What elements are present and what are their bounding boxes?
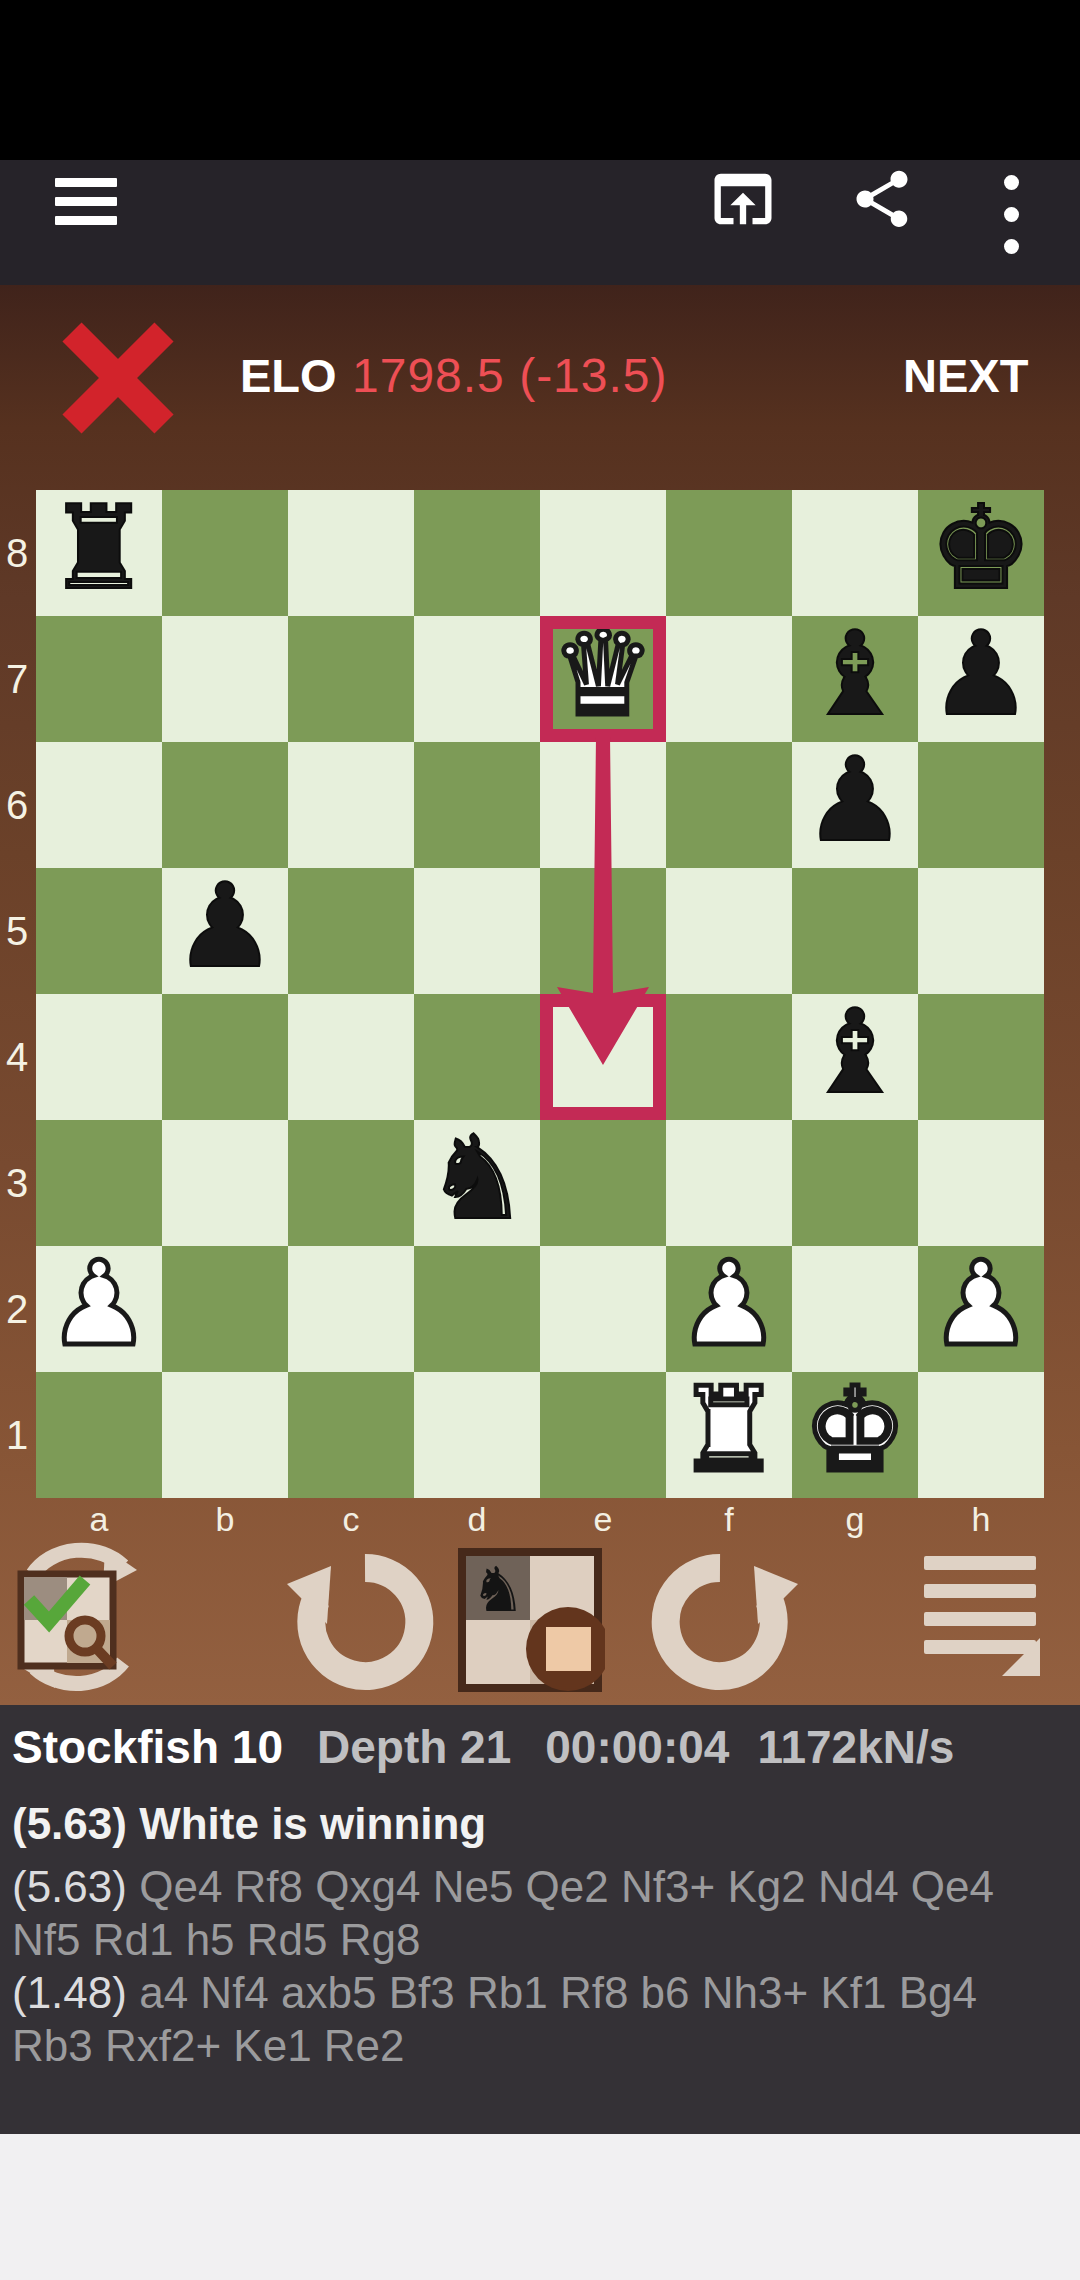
black-bishop-piece[interactable]: ♝ — [803, 989, 907, 1115]
square-d1[interactable] — [414, 1372, 540, 1498]
square-f1[interactable]: ♜ — [666, 1372, 792, 1498]
square-f3[interactable] — [666, 1120, 792, 1246]
square-b2[interactable] — [162, 1246, 288, 1372]
square-c1[interactable] — [288, 1372, 414, 1498]
rank-label-3: 3 — [2, 1120, 32, 1246]
rank-label-7: 7 — [2, 616, 32, 742]
next-button[interactable]: NEXT — [903, 350, 1028, 402]
open-in-browser-icon[interactable] — [705, 161, 781, 237]
square-f6[interactable] — [666, 742, 792, 868]
engine-name: Stockfish 10 — [12, 1721, 283, 1773]
square-a6[interactable] — [36, 742, 162, 868]
square-h5[interactable] — [918, 868, 1044, 994]
bottom-gesture-area — [0, 2134, 1080, 2280]
file-label-g: g — [792, 1500, 918, 1538]
undo-button[interactable] — [285, 1538, 445, 1698]
square-g2[interactable] — [792, 1246, 918, 1372]
rank-label-2: 2 — [2, 1246, 32, 1372]
square-b8[interactable] — [162, 490, 288, 616]
file-label-d: d — [414, 1500, 540, 1538]
square-f5[interactable] — [666, 868, 792, 994]
square-d6[interactable] — [414, 742, 540, 868]
engine-line-2[interactable]: (1.48) a4 Nf4 axb5 Bf3 Rb1 Rf8 b6 Nh3+ K… — [12, 1966, 1068, 2072]
engine-evaluation: (5.63) White is winning — [12, 1797, 1068, 1850]
square-b3[interactable] — [162, 1120, 288, 1246]
square-h3[interactable] — [918, 1120, 1044, 1246]
square-g3[interactable] — [792, 1120, 918, 1246]
square-g5[interactable] — [792, 868, 918, 994]
square-c2[interactable] — [288, 1246, 414, 1372]
elo-label: ELO — [240, 350, 337, 402]
square-b6[interactable] — [162, 742, 288, 868]
square-b1[interactable] — [162, 1372, 288, 1498]
square-a3[interactable] — [36, 1120, 162, 1246]
share-icon[interactable] — [848, 165, 916, 233]
square-g8[interactable] — [792, 490, 918, 616]
square-a4[interactable] — [36, 994, 162, 1120]
analysis-search-button[interactable] — [5, 1540, 157, 1696]
square-g6[interactable]: ♟ — [792, 742, 918, 868]
square-c4[interactable] — [288, 994, 414, 1120]
line-2-score: (1.48) — [12, 1968, 127, 2017]
status-bar — [0, 0, 1080, 160]
square-d3[interactable]: ♞ — [414, 1120, 540, 1246]
white-king-piece[interactable]: ♚ — [803, 1367, 907, 1493]
redo-button[interactable] — [640, 1538, 800, 1698]
square-f4[interactable] — [666, 994, 792, 1120]
square-g1[interactable]: ♚ — [792, 1372, 918, 1498]
square-c3[interactable] — [288, 1120, 414, 1246]
square-f2[interactable]: ♟ — [666, 1246, 792, 1372]
square-e3[interactable] — [540, 1120, 666, 1246]
square-c8[interactable] — [288, 490, 414, 616]
square-a2[interactable]: ♟ — [36, 1246, 162, 1372]
file-label-h: h — [918, 1500, 1044, 1538]
square-b7[interactable] — [162, 616, 288, 742]
square-c7[interactable] — [288, 616, 414, 742]
engine-header: Stockfish 10Depth 2100:00:041172kN/s — [12, 1719, 1068, 1775]
black-pawn-piece[interactable]: ♟ — [929, 611, 1033, 737]
file-label-f: f — [666, 1500, 792, 1538]
kebab-icon — [1004, 175, 1019, 190]
white-pawn-piece[interactable]: ♟ — [677, 1241, 781, 1367]
highlight-e4 — [540, 994, 666, 1120]
square-h8[interactable]: ♚ — [918, 490, 1044, 616]
move-list-button[interactable] — [922, 1550, 1044, 1682]
square-a8[interactable]: ♜ — [36, 490, 162, 616]
square-e1[interactable] — [540, 1372, 666, 1498]
file-label-b: b — [162, 1500, 288, 1538]
square-d8[interactable] — [414, 490, 540, 616]
black-bishop-piece[interactable]: ♝ — [803, 611, 907, 737]
black-knight-piece[interactable]: ♞ — [425, 1115, 529, 1241]
black-pawn-piece[interactable]: ♟ — [173, 863, 277, 989]
rank-label-8: 8 — [2, 490, 32, 616]
engine-speed: 1172kN/s — [757, 1721, 954, 1773]
square-h4[interactable] — [918, 994, 1044, 1120]
rank-label-5: 5 — [2, 868, 32, 994]
white-pawn-piece[interactable]: ♟ — [47, 1241, 151, 1367]
line-2-moves: a4 Nf4 axb5 Bf3 Rb1 Rf8 b6 Nh3+ Kf1 Bg4 … — [12, 1968, 977, 2070]
square-e6[interactable] — [540, 742, 666, 868]
white-pawn-piece[interactable]: ♟ — [929, 1241, 1033, 1367]
engine-depth: Depth 21 — [317, 1721, 511, 1773]
square-d2[interactable] — [414, 1246, 540, 1372]
white-rook-piece[interactable]: ♜ — [677, 1367, 781, 1493]
square-a5[interactable] — [36, 868, 162, 994]
square-f8[interactable] — [666, 490, 792, 616]
square-e8[interactable] — [540, 490, 666, 616]
square-h7[interactable]: ♟ — [918, 616, 1044, 742]
square-h2[interactable]: ♟ — [918, 1246, 1044, 1372]
square-c6[interactable] — [288, 742, 414, 868]
engine-line-1[interactable]: (5.63) Qe4 Rf8 Qxg4 Ne5 Qe2 Nf3+ Kg2 Nd4… — [12, 1860, 1068, 1966]
engine-panel: Stockfish 10Depth 2100:00:041172kN/s (5.… — [0, 1705, 1080, 2134]
position-setup-button[interactable]: ♞ — [455, 1545, 605, 1695]
top-toolbar — [0, 160, 1080, 285]
black-pawn-piece[interactable]: ♟ — [803, 737, 907, 863]
elo-value: 1798.5 (-13.5) — [352, 349, 668, 403]
file-label-e: e — [540, 1500, 666, 1538]
square-d5[interactable] — [414, 868, 540, 994]
square-a7[interactable] — [36, 616, 162, 742]
close-x-button[interactable] — [58, 318, 178, 438]
square-g4[interactable]: ♝ — [792, 994, 918, 1120]
highlight-e7 — [540, 616, 666, 742]
engine-time: 00:00:04 — [545, 1721, 729, 1773]
rank-label-6: 6 — [2, 742, 32, 868]
square-e5[interactable] — [540, 868, 666, 994]
square-d4[interactable] — [414, 994, 540, 1120]
rank-label-1: 1 — [2, 1372, 32, 1498]
file-label-a: a — [36, 1500, 162, 1538]
black-king-piece[interactable]: ♚ — [929, 485, 1033, 611]
knight-icon: ♞ — [470, 1553, 526, 1626]
square-d7[interactable] — [414, 616, 540, 742]
square-b5[interactable]: ♟ — [162, 868, 288, 994]
square-b4[interactable] — [162, 994, 288, 1120]
square-g7[interactable]: ♝ — [792, 616, 918, 742]
black-rook-piece[interactable]: ♜ — [47, 485, 151, 611]
square-e2[interactable] — [540, 1246, 666, 1372]
square-h1[interactable] — [918, 1372, 1044, 1498]
square-a1[interactable] — [36, 1372, 162, 1498]
line-1-score: (5.63) — [12, 1862, 127, 1911]
rank-label-4: 4 — [2, 994, 32, 1120]
hamburger-icon — [55, 178, 117, 187]
square-h6[interactable] — [918, 742, 1044, 868]
square-f7[interactable] — [666, 616, 792, 742]
line-1-moves: Qe4 Rf8 Qxg4 Ne5 Qe2 Nf3+ Kg2 Nd4 Qe4 Nf… — [12, 1862, 994, 1964]
file-label-c: c — [288, 1500, 414, 1538]
square-c5[interactable] — [288, 868, 414, 994]
